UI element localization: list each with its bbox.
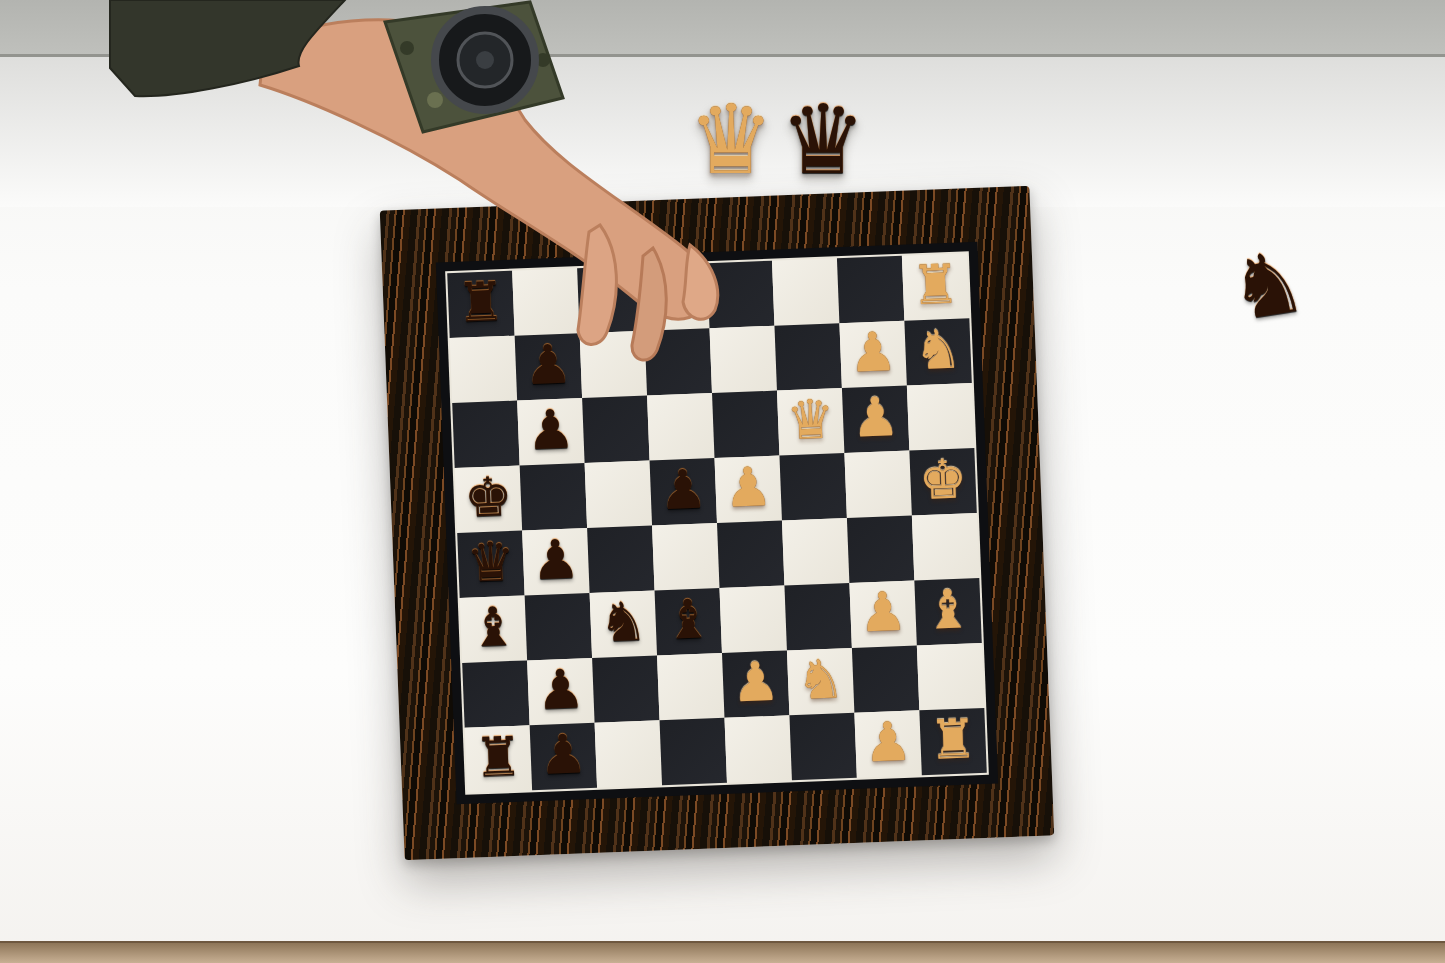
square-d2[interactable]	[847, 516, 914, 583]
square-g4[interactable]	[710, 326, 777, 393]
square-e7[interactable]	[520, 463, 587, 530]
black-pawn-e5: ♟	[650, 458, 717, 522]
square-c6[interactable]: ♞	[590, 590, 657, 657]
white-queen-f3: ♛	[777, 388, 844, 452]
black-king-e8: ♚	[455, 466, 522, 530]
square-d6[interactable]	[587, 525, 654, 592]
square-b5[interactable]	[657, 653, 724, 720]
square-f2[interactable]: ♟	[842, 386, 909, 453]
square-e3[interactable]	[779, 453, 846, 520]
black-knight-c6: ♞	[590, 590, 657, 654]
square-a1[interactable]: ♜	[919, 708, 986, 775]
square-a6[interactable]	[595, 720, 662, 787]
square-g6[interactable]	[580, 331, 647, 398]
square-b8[interactable]	[462, 660, 529, 727]
square-b2[interactable]	[852, 645, 919, 712]
white-rook-h1: ♜	[902, 253, 969, 317]
white-bishop-c1: ♝	[914, 578, 981, 642]
square-g7[interactable]: ♟	[515, 333, 582, 400]
board-white-line: ♜♜♟♟♞♟♛♟♚♟♟♚♛♟♝♞♝♟♝♟♟♞♜♟♟♜	[445, 251, 989, 795]
square-h6[interactable]	[577, 266, 644, 333]
black-pawn-d7: ♟	[522, 528, 589, 592]
black-pawn-b7: ♟	[527, 658, 594, 722]
square-d4[interactable]	[717, 521, 784, 588]
square-b4[interactable]: ♟	[722, 650, 789, 717]
square-c2[interactable]: ♟	[849, 580, 916, 647]
board-black-band: ♜♜♟♟♞♟♛♟♚♟♟♚♛♟♝♞♝♟♝♟♟♞♜♟♟♜	[436, 242, 998, 804]
square-b1[interactable]	[917, 643, 984, 710]
square-h1[interactable]: ♜	[902, 253, 969, 320]
square-h3[interactable]	[772, 258, 839, 325]
square-a8[interactable]: ♜	[465, 725, 532, 792]
square-d8[interactable]: ♛	[457, 530, 524, 597]
square-f5[interactable]	[647, 393, 714, 460]
square-e6[interactable]	[585, 461, 652, 528]
square-a7[interactable]: ♟	[530, 723, 597, 790]
black-rook-a8: ♜	[465, 725, 532, 789]
board-grid: ♜♜♟♟♞♟♛♟♚♟♟♚♛♟♝♞♝♟♝♟♟♞♜♟♟♜	[447, 253, 987, 793]
white-pawn-f2: ♟	[842, 386, 909, 450]
board-frame-macassar: ♜♜♟♟♞♟♛♟♚♟♟♚♛♟♝♞♝♟♝♟♟♞♜♟♟♜	[380, 186, 1054, 860]
black-queen-d8: ♛	[457, 530, 524, 594]
square-e4[interactable]: ♟	[715, 456, 782, 523]
square-b6[interactable]	[592, 655, 659, 722]
square-h5[interactable]	[642, 263, 709, 330]
square-g5[interactable]	[645, 328, 712, 395]
white-pawn-b4: ♟	[722, 650, 789, 714]
white-knight-b3: ♞	[787, 648, 854, 712]
square-f7[interactable]: ♟	[517, 398, 584, 465]
square-d7[interactable]: ♟	[522, 528, 589, 595]
black-pawn-g7: ♟	[515, 333, 582, 397]
square-g1[interactable]: ♞	[904, 318, 971, 385]
square-d3[interactable]	[782, 518, 849, 585]
square-d5[interactable]	[652, 523, 719, 590]
square-f4[interactable]	[712, 391, 779, 458]
black-pawn-a7: ♟	[530, 723, 597, 787]
square-f3[interactable]: ♛	[777, 388, 844, 455]
square-g2[interactable]: ♟	[839, 321, 906, 388]
square-e1[interactable]: ♚	[909, 448, 976, 515]
square-h8[interactable]: ♜	[447, 271, 514, 338]
square-e5[interactable]: ♟	[650, 458, 717, 525]
square-c5[interactable]: ♝	[655, 588, 722, 655]
square-c3[interactable]	[784, 583, 851, 650]
black-rook-h8: ♜	[447, 271, 514, 335]
white-rook-a1: ♜	[919, 708, 986, 772]
square-e2[interactable]	[844, 451, 911, 518]
square-g8[interactable]	[450, 336, 517, 403]
white-knight-g1: ♞	[904, 318, 971, 382]
square-b7[interactable]: ♟	[527, 658, 594, 725]
square-f8[interactable]	[452, 401, 519, 468]
table-front-edge	[0, 941, 1445, 963]
black-bishop-c5: ♝	[655, 588, 722, 652]
black-pawn-f7: ♟	[517, 398, 584, 462]
grey-floor-strip	[0, 0, 1445, 57]
square-h4[interactable]	[707, 261, 774, 328]
square-a5[interactable]	[660, 718, 727, 785]
white-pawn-g2: ♟	[839, 321, 906, 385]
square-f1[interactable]	[907, 383, 974, 450]
square-a4[interactable]	[724, 715, 791, 782]
square-e8[interactable]: ♚	[455, 466, 522, 533]
chess-board: ♜♜♟♟♞♟♛♟♚♟♟♚♛♟♝♞♝♟♝♟♟♞♜♟♟♜	[380, 186, 1054, 860]
square-h2[interactable]	[837, 256, 904, 323]
white-pawn-a2: ♟	[854, 710, 921, 774]
spare-queens-tray: ♛ ♛	[688, 80, 866, 200]
square-c8[interactable]: ♝	[460, 595, 527, 662]
spare-black-queen: ♛	[780, 80, 866, 200]
black-bishop-c8: ♝	[460, 595, 527, 659]
square-a3[interactable]	[789, 713, 856, 780]
white-king-e1: ♚	[909, 448, 976, 512]
square-h7[interactable]	[512, 268, 579, 335]
square-c4[interactable]	[719, 585, 786, 652]
square-c1[interactable]: ♝	[914, 578, 981, 645]
square-a2[interactable]: ♟	[854, 710, 921, 777]
square-b3[interactable]: ♞	[787, 648, 854, 715]
square-g3[interactable]	[774, 323, 841, 390]
square-d1[interactable]	[912, 513, 979, 580]
square-c7[interactable]	[525, 593, 592, 660]
white-pawn-e4: ♟	[715, 456, 782, 520]
white-pawn-c2: ♟	[849, 580, 916, 644]
square-f6[interactable]	[582, 396, 649, 463]
spare-white-queen: ♛	[688, 80, 774, 200]
